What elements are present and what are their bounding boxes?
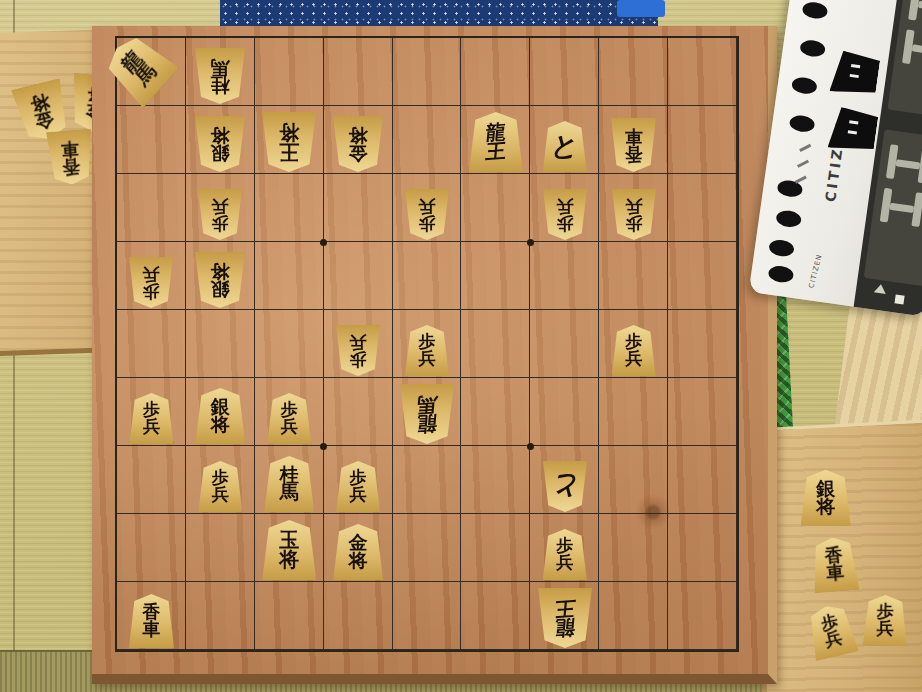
captured-pawn-1[interactable]: 歩兵 [804,601,858,661]
square-7i[interactable] [255,582,324,650]
piece-kanji: 将 [211,416,230,434]
piece-kanji: と [550,133,580,161]
piece-kanji: 将 [29,92,52,114]
square-6d[interactable] [324,242,393,310]
clock-brand-small: CITIZEN [807,253,823,289]
square-9g[interactable] [117,446,186,514]
piece-kanji: 兵 [143,266,160,282]
square-3e[interactable] [530,310,599,378]
square-8h[interactable] [186,514,255,582]
piece-kanji: 兵 [419,351,436,367]
square-3a[interactable] [530,38,599,106]
hoshi-dot-3 [527,443,534,450]
square-2d[interactable] [599,242,668,310]
piece-kanji: 王 [554,598,576,618]
clock-lcd-window-1 [887,0,922,118]
sente-pawn-6g[interactable]: 歩兵 [336,461,380,512]
piece-kanji: 兵 [625,198,642,214]
square-7e[interactable] [255,310,324,378]
captured-lance-right[interactable]: 香車 [810,536,860,594]
square-8e[interactable] [186,310,255,378]
piece-kanji: 将 [279,550,299,569]
piece-kanji: 兵 [625,351,642,367]
tab-mark [849,120,858,124]
sente-dragon-4b[interactable]: 龍王 [469,112,523,172]
clock-button-6[interactable] [775,209,802,228]
square-4d[interactable] [461,242,530,310]
clock-vent-0 [799,144,811,152]
piece-kanji: 車 [625,128,643,145]
square-1g[interactable] [668,446,737,514]
piece-kanji: 馬 [416,394,438,414]
square-2f[interactable] [599,378,668,446]
sente-pawn-9f[interactable]: 歩兵 [129,393,173,444]
square-4f[interactable] [461,378,530,446]
square-4h[interactable] [461,514,530,582]
square-5d[interactable] [393,242,462,310]
board-grid: 龍馬桂馬銀将王将金将龍王と香車歩兵歩兵歩兵歩兵歩兵銀将歩兵歩兵歩兵歩兵銀将歩兵龍… [115,36,739,652]
square-4g[interactable] [461,446,530,514]
clock-button-7[interactable] [768,238,795,257]
piece-kanji: 将 [211,262,230,280]
square-2i[interactable] [599,582,668,650]
gote-pawn-5c[interactable]: 歩兵 [405,189,449,240]
gote-gold-6b[interactable]: 金将 [333,116,383,172]
sente-pawn-7f[interactable]: 歩兵 [267,393,311,444]
tab-mark [851,64,860,68]
piece-kanji: 将 [349,126,368,144]
piece-kanji: 兵 [556,198,573,214]
tab-mark [848,130,857,134]
square-1a[interactable] [668,38,737,106]
square-8i[interactable] [186,582,255,650]
square-1i[interactable] [668,582,737,650]
sente-gold-6h[interactable]: 金将 [333,524,383,580]
square-4a[interactable] [461,38,530,106]
hoshi-dot-1 [527,239,534,246]
clock-vent-1 [797,160,809,168]
clock-lcd-window-2 [864,129,922,286]
gote-pawn-6e[interactable]: 歩兵 [336,325,380,376]
sente-pawn-2e[interactable]: 歩兵 [612,325,656,376]
piece-kanji: 馬 [280,484,299,502]
piece-kanji: 王 [279,142,299,161]
captured-pawn-2[interactable]: 歩兵 [863,595,908,647]
piece-kanji: 馬 [211,58,230,76]
piece-kanji: 王 [485,141,507,161]
hoshi-dot-2 [320,443,327,450]
clock-button-8[interactable] [767,265,794,284]
clock-vent-2 [795,176,807,184]
sente-tokin-3b[interactable]: と [543,121,587,172]
sente-king-7h[interactable]: 玉将 [262,520,316,580]
gote-tokin-3g[interactable]: と [543,461,587,512]
square-2a[interactable] [599,38,668,106]
square-5b[interactable] [393,106,462,174]
hoshi-dot-0 [320,239,327,246]
sente-pawn-5e[interactable]: 歩兵 [405,325,449,376]
gote-pawn-8c[interactable]: 歩兵 [198,189,242,240]
gote-dragon-3i[interactable]: 龍王 [538,588,592,648]
clock-button-4[interactable] [789,114,816,133]
piece-kanji: 歩 [212,215,229,231]
clock-button-1[interactable] [801,1,828,20]
clock-indicator-square [894,294,904,304]
square-6a[interactable] [324,38,393,106]
square-4e[interactable] [461,310,530,378]
lcd-segment [896,159,921,169]
piece-kanji: 兵 [212,198,229,214]
photo-scene: 金将金将香車 銀将香車歩兵歩兵 龍馬桂馬銀将王将金将龍王と香車歩兵歩兵歩兵歩兵歩… [0,0,922,692]
piece-kanji: 将 [349,552,368,570]
square-7c[interactable] [255,174,324,242]
square-5h[interactable] [393,514,462,582]
gote-silver-8d[interactable]: 銀将 [195,252,245,308]
square-4i[interactable] [461,582,530,650]
sente-pawn-8g[interactable]: 歩兵 [198,461,242,512]
piece-kanji: 兵 [556,555,573,571]
piece-kanji: 兵 [419,198,436,214]
square-7a[interactable] [255,38,324,106]
gote-silver-8b[interactable]: 銀将 [195,116,245,172]
piece-kanji: 香 [625,145,643,162]
square-9b[interactable] [117,106,186,174]
gote-pawn-3c[interactable]: 歩兵 [543,189,587,240]
sente-silver-8f[interactable]: 銀将 [195,388,245,444]
piece-kanji: 車 [60,140,79,158]
piece-kanji: 将 [816,498,835,516]
piece-kanji: 兵 [823,629,843,649]
square-9c[interactable] [117,174,186,242]
square-3f[interactable] [530,378,599,446]
piece-kanji: 車 [826,564,845,583]
lcd-segment [912,44,922,54]
lcd-segment [889,203,914,213]
clock-button-3[interactable] [791,76,818,95]
tab-mark [850,74,859,78]
piece-kanji: 兵 [281,419,298,435]
piece-kanji: 桂 [211,76,230,94]
square-3d[interactable] [530,242,599,310]
piece-kanji: 銀 [211,280,230,298]
square-6i[interactable] [324,582,393,650]
square-1b[interactable] [668,106,737,174]
square-1c[interactable] [668,174,737,242]
piece-kanji: 兵 [876,620,893,636]
square-5g[interactable] [393,446,462,514]
piece-kanji: 将 [211,126,230,144]
square-2h[interactable] [599,514,668,582]
gote-king-7b[interactable]: 王将 [262,112,316,172]
captured-lance-left[interactable]: 香車 [46,129,95,186]
sente-knight-7g[interactable]: 桂馬 [264,456,314,512]
sente-pawn-3h[interactable]: 歩兵 [543,529,587,580]
square-9e[interactable] [117,310,186,378]
square-1f[interactable] [668,378,737,446]
captured-silver[interactable]: 銀将 [801,470,851,526]
clock-bell-icon [874,283,887,294]
piece-kanji: 将 [279,123,299,142]
piece-kanji: 歩 [419,215,436,231]
piece-kanji: 歩 [625,215,642,231]
gote-knight-8a[interactable]: 桂馬 [195,48,245,104]
clock-button-2[interactable] [799,39,826,58]
clock-lcd-bezel [854,0,922,317]
cloth-blue-patch [617,0,665,17]
piece-kanji: 歩 [143,283,160,299]
gote-pawn-2c[interactable]: 歩兵 [612,189,656,240]
gote-lance-2b[interactable]: 香車 [611,118,656,172]
square-7d[interactable] [255,242,324,310]
square-2g[interactable] [599,446,668,514]
square-4c[interactable] [461,174,530,242]
square-6f[interactable] [324,378,393,446]
piece-kanji: 銀 [211,144,230,162]
piece-kanji: と [550,473,580,501]
square-6c[interactable] [324,174,393,242]
piece-kanji: 兵 [143,419,160,435]
square-5i[interactable] [393,582,462,650]
gote-pawn-9d[interactable]: 歩兵 [129,257,173,308]
piece-kanji: 金 [349,144,368,162]
lcd-segment [918,1,922,11]
piece-kanji: 兵 [350,487,367,503]
square-9h[interactable] [117,514,186,582]
piece-kanji: 兵 [212,487,229,503]
clock-mode-tab-1[interactable] [829,50,880,98]
square-5a[interactable] [393,38,462,106]
gote-promoted-bishop-5f[interactable]: 龍馬 [400,384,454,444]
sente-lance-9i[interactable]: 香車 [129,594,174,648]
piece-kanji: 車 [142,621,160,638]
square-1d[interactable] [668,242,737,310]
piece-kanji: 兵 [350,334,367,350]
piece-kanji: 歩 [556,215,573,231]
square-1e[interactable] [668,310,737,378]
shogi-board: 龍馬桂馬銀将王将金将龍王と香車歩兵歩兵歩兵歩兵歩兵銀将歩兵歩兵歩兵歩兵銀将歩兵龍… [92,26,777,684]
square-1h[interactable] [668,514,737,582]
piece-kanji: 歩 [350,351,367,367]
